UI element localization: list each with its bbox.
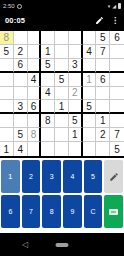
- cell-r3c5[interactable]: [55, 59, 69, 73]
- cell-r6c6[interactable]: [69, 100, 83, 114]
- cell-r9c8[interactable]: [96, 142, 110, 156]
- cell-r3c4[interactable]: 5: [41, 59, 55, 73]
- cell-r3c7[interactable]: [83, 59, 97, 73]
- wifi-icon: ▾: [108, 4, 111, 9]
- cell-r2c5[interactable]: [55, 45, 69, 59]
- cell-r9c2[interactable]: 4: [14, 142, 28, 156]
- cell-r5c1[interactable]: [0, 87, 14, 101]
- app-bar: 00:05 ⋮: [0, 12, 124, 29]
- cell-r9c7[interactable]: [83, 142, 97, 156]
- android-nav-bar: ◁: [0, 233, 124, 256]
- cell-r2c4[interactable]: 1: [41, 45, 55, 59]
- cell-r4c3[interactable]: 4: [28, 73, 42, 87]
- cell-r5c9[interactable]: [110, 87, 124, 101]
- cell-r2c6[interactable]: [69, 45, 83, 59]
- cell-r2c8[interactable]: 7: [96, 45, 110, 59]
- keypad-6-button[interactable]: 6: [1, 195, 20, 228]
- cell-r1c3[interactable]: [28, 31, 42, 45]
- cell-r7c3[interactable]: [28, 114, 42, 128]
- cell-r1c2[interactable]: [14, 31, 28, 45]
- keypad-8-button[interactable]: 8: [42, 195, 61, 228]
- cell-r6c2[interactable]: 3: [14, 100, 28, 114]
- cell-r7c6[interactable]: 5: [69, 114, 83, 128]
- notification-circle-icon: [17, 4, 22, 9]
- battery-icon: [118, 3, 121, 9]
- cell-r8c2[interactable]: 5: [14, 128, 28, 142]
- rounded-rect-icon: [109, 209, 118, 215]
- cell-r8c8[interactable]: 2: [96, 128, 110, 142]
- keypad-9-button[interactable]: 9: [63, 195, 82, 228]
- cell-r8c1[interactable]: [0, 128, 14, 142]
- cell-r5c3[interactable]: [28, 87, 42, 101]
- pencil-button[interactable]: [104, 160, 123, 193]
- cell-r5c5[interactable]: [55, 87, 69, 101]
- sudoku-board: 85652147653451642361585158127145: [0, 29, 124, 158]
- cell-r1c4[interactable]: [41, 31, 55, 45]
- signal-icon: ◢: [112, 4, 116, 9]
- keypad-2-button[interactable]: 2: [22, 160, 41, 193]
- cell-r7c5[interactable]: [55, 114, 69, 128]
- cell-r2c1[interactable]: 5: [0, 45, 14, 59]
- pencil-icon: [109, 172, 119, 182]
- status-clock: 2:50: [3, 3, 15, 9]
- cell-r9c1[interactable]: 1: [0, 142, 14, 156]
- cell-r9c9[interactable]: 5: [110, 142, 124, 156]
- cell-r8c6[interactable]: 1: [69, 128, 83, 142]
- cell-r7c8[interactable]: 1: [96, 114, 110, 128]
- cell-r6c3[interactable]: 6: [28, 100, 42, 114]
- cell-r5c6[interactable]: 2: [69, 87, 83, 101]
- cell-r4c8[interactable]: 6: [96, 73, 110, 87]
- cell-r1c7[interactable]: [83, 31, 97, 45]
- pencil-icon[interactable]: [95, 16, 104, 25]
- cell-r2c2[interactable]: 2: [14, 45, 28, 59]
- cell-r7c7[interactable]: [83, 114, 97, 128]
- cell-r7c9[interactable]: [110, 114, 124, 128]
- keypad-c-button[interactable]: C: [84, 195, 103, 228]
- green-action-button[interactable]: [104, 195, 123, 228]
- cell-r5c7[interactable]: [83, 87, 97, 101]
- cell-r4c5[interactable]: 5: [55, 73, 69, 87]
- cell-r5c2[interactable]: [14, 87, 28, 101]
- keypad-4-button[interactable]: 4: [63, 160, 82, 193]
- cell-r9c3[interactable]: [28, 142, 42, 156]
- cell-r9c5[interactable]: [55, 142, 69, 156]
- cell-r4c1[interactable]: [0, 73, 14, 87]
- cell-r7c2[interactable]: [14, 114, 28, 128]
- cell-r1c6[interactable]: [69, 31, 83, 45]
- cell-r1c5[interactable]: [55, 31, 69, 45]
- cell-r7c4[interactable]: 8: [41, 114, 55, 128]
- cell-r6c9[interactable]: [110, 100, 124, 114]
- cell-r3c8[interactable]: [96, 59, 110, 73]
- cell-r1c1[interactable]: 8: [0, 31, 14, 45]
- home-pill-icon[interactable]: [56, 243, 69, 247]
- cell-r6c7[interactable]: 5: [83, 100, 97, 114]
- cell-r8c4[interactable]: [41, 128, 55, 142]
- cell-r8c7[interactable]: [83, 128, 97, 142]
- cell-r2c3[interactable]: [28, 45, 42, 59]
- back-icon[interactable]: ◁: [22, 241, 28, 249]
- keypad-7-button[interactable]: 7: [22, 195, 41, 228]
- cell-r4c4[interactable]: [41, 73, 55, 87]
- cell-r5c8[interactable]: [96, 87, 110, 101]
- cell-r8c5[interactable]: [55, 128, 69, 142]
- number-keypad: 12345 6789C: [0, 158, 124, 228]
- keypad-5-button[interactable]: 5: [84, 160, 103, 193]
- cell-r3c6[interactable]: 3: [69, 59, 83, 73]
- cell-r3c3[interactable]: [28, 59, 42, 73]
- cell-r2c9[interactable]: [110, 45, 124, 59]
- cell-r4c7[interactable]: 1: [83, 73, 97, 87]
- cell-r6c8[interactable]: [96, 100, 110, 114]
- cell-r7c1[interactable]: [0, 114, 14, 128]
- game-timer: 00:05: [5, 16, 25, 25]
- keypad-row-2: 6789C: [1, 195, 123, 228]
- cell-r3c9[interactable]: [110, 59, 124, 73]
- status-bar: 2:50 ▾ ◢: [0, 0, 124, 12]
- cell-r4c9[interactable]: [110, 73, 124, 87]
- keypad-3-button[interactable]: 3: [42, 160, 61, 193]
- cell-r9c6[interactable]: [69, 142, 83, 156]
- cell-r4c2[interactable]: [14, 73, 28, 87]
- cell-r4c6[interactable]: [69, 73, 83, 87]
- cell-r6c4[interactable]: [41, 100, 55, 114]
- cell-r3c1[interactable]: [0, 59, 14, 73]
- cell-r8c3[interactable]: 8: [28, 128, 42, 142]
- cell-r9c4[interactable]: [41, 142, 55, 156]
- cell-r8c9[interactable]: 7: [110, 128, 124, 142]
- cell-r6c5[interactable]: 1: [55, 100, 69, 114]
- keypad-1-button[interactable]: 1: [1, 160, 20, 193]
- cell-r1c9[interactable]: 6: [110, 31, 124, 45]
- cell-r2c7[interactable]: 4: [83, 45, 97, 59]
- keypad-row-1: 12345: [1, 160, 123, 193]
- overflow-menu-icon[interactable]: ⋮: [111, 17, 119, 25]
- cell-r6c1[interactable]: [0, 100, 14, 114]
- cell-r5c4[interactable]: 4: [41, 87, 55, 101]
- cell-r1c8[interactable]: 5: [96, 31, 110, 45]
- cell-r3c2[interactable]: 6: [14, 59, 28, 73]
